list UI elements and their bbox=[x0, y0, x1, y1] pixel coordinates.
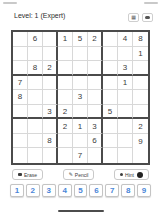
status-text-left bbox=[3, 2, 17, 4]
sudoku-cell[interactable]: 8 bbox=[43, 134, 58, 149]
sudoku-cell[interactable] bbox=[13, 61, 28, 76]
header-buttons: ▦ bbox=[128, 13, 153, 22]
sudoku-cell[interactable] bbox=[118, 90, 133, 105]
sudoku-board: 6152481823718332521328697 bbox=[11, 30, 150, 165]
sudoku-cell[interactable] bbox=[43, 32, 58, 47]
grid-options-button[interactable]: ▦ bbox=[128, 13, 139, 22]
numpad-key-5[interactable]: 5 bbox=[74, 184, 88, 197]
erase-button[interactable]: Erase bbox=[12, 169, 43, 180]
eraser-icon bbox=[18, 173, 22, 176]
sudoku-cell[interactable] bbox=[43, 148, 58, 163]
sudoku-cell[interactable] bbox=[88, 148, 103, 163]
sudoku-cell[interactable] bbox=[88, 76, 103, 91]
hint-badge bbox=[137, 172, 143, 178]
sudoku-cell[interactable] bbox=[13, 119, 28, 134]
sudoku-cell[interactable] bbox=[103, 119, 118, 134]
hint-button[interactable]: Hint bbox=[114, 169, 149, 180]
sudoku-cell[interactable] bbox=[88, 47, 103, 62]
sudoku-cell[interactable]: 2 bbox=[58, 119, 73, 134]
pencil-button-label: Pencil bbox=[75, 172, 89, 178]
grid-icon: ▦ bbox=[131, 15, 136, 20]
sudoku-cell[interactable] bbox=[13, 105, 28, 120]
sudoku-cell[interactable]: 2 bbox=[133, 119, 148, 134]
sudoku-cell[interactable] bbox=[133, 90, 148, 105]
sudoku-cell[interactable] bbox=[28, 105, 43, 120]
sudoku-cell[interactable] bbox=[73, 47, 88, 62]
sudoku-cell[interactable] bbox=[58, 47, 73, 62]
sudoku-cell[interactable] bbox=[58, 90, 73, 105]
sudoku-cell[interactable] bbox=[28, 134, 43, 149]
sudoku-cell[interactable]: 2 bbox=[43, 61, 58, 76]
sudoku-cell[interactable] bbox=[88, 61, 103, 76]
sudoku-cell[interactable]: 6 bbox=[88, 134, 103, 149]
sudoku-cell[interactable] bbox=[28, 119, 43, 134]
numpad-key-8[interactable]: 8 bbox=[121, 184, 135, 197]
sudoku-cell[interactable] bbox=[103, 61, 118, 76]
sudoku-cell[interactable] bbox=[28, 148, 43, 163]
sudoku-cell[interactable] bbox=[58, 148, 73, 163]
sudoku-cell[interactable]: 6 bbox=[28, 32, 43, 47]
sudoku-cell[interactable] bbox=[43, 47, 58, 62]
numpad-key-4[interactable]: 4 bbox=[58, 184, 72, 197]
pencil-button[interactable]: ✎ Pencil bbox=[63, 169, 95, 180]
page-title: Level: 1 (Expert) bbox=[14, 12, 65, 19]
sudoku-cell[interactable]: 9 bbox=[133, 134, 148, 149]
status-text-right bbox=[144, 2, 158, 4]
sudoku-cell[interactable] bbox=[118, 47, 133, 62]
sudoku-cell[interactable] bbox=[13, 47, 28, 62]
sudoku-cell[interactable] bbox=[58, 76, 73, 91]
sudoku-cell[interactable]: 2 bbox=[88, 32, 103, 47]
sudoku-cell[interactable] bbox=[103, 148, 118, 163]
sudoku-cell[interactable]: 3 bbox=[73, 90, 88, 105]
sudoku-cell[interactable] bbox=[133, 105, 148, 120]
sudoku-cell[interactable]: 1 bbox=[73, 119, 88, 134]
sudoku-cell[interactable] bbox=[43, 119, 58, 134]
sudoku-cell[interactable] bbox=[28, 47, 43, 62]
sudoku-cell[interactable]: 8 bbox=[133, 32, 148, 47]
sudoku-cell[interactable]: 7 bbox=[73, 148, 88, 163]
sudoku-cell[interactable] bbox=[118, 119, 133, 134]
sudoku-cell[interactable] bbox=[43, 90, 58, 105]
sudoku-cell[interactable] bbox=[88, 105, 103, 120]
sudoku-cell[interactable]: 8 bbox=[13, 90, 28, 105]
toggle-button[interactable] bbox=[142, 13, 153, 22]
sudoku-cell[interactable] bbox=[133, 76, 148, 91]
sudoku-cell[interactable] bbox=[13, 148, 28, 163]
sudoku-app-screen: Level: 1 (Expert) ▦ 61524818237183325213… bbox=[0, 0, 161, 215]
hint-dot-icon bbox=[120, 173, 123, 176]
sudoku-cell[interactable] bbox=[103, 134, 118, 149]
sudoku-cell[interactable]: 5 bbox=[103, 105, 118, 120]
sudoku-cell[interactable] bbox=[103, 90, 118, 105]
sudoku-cell[interactable]: 1 bbox=[133, 47, 148, 62]
sudoku-cell[interactable] bbox=[43, 76, 58, 91]
sudoku-cell[interactable]: 2 bbox=[58, 105, 73, 120]
sudoku-cell[interactable]: 3 bbox=[88, 119, 103, 134]
toggle-icon bbox=[145, 16, 150, 19]
sudoku-cell[interactable] bbox=[58, 134, 73, 149]
toolbar: Erase ✎ Pencil Hint bbox=[12, 169, 149, 180]
sudoku-cell[interactable] bbox=[103, 76, 118, 91]
sudoku-cell[interactable] bbox=[73, 61, 88, 76]
sudoku-cell[interactable] bbox=[118, 148, 133, 163]
sudoku-cell[interactable]: 8 bbox=[28, 61, 43, 76]
numpad-key-9[interactable]: 9 bbox=[137, 184, 151, 197]
sudoku-cell[interactable] bbox=[73, 105, 88, 120]
home-indicator bbox=[58, 210, 104, 212]
sudoku-cell[interactable]: 1 bbox=[118, 76, 133, 91]
sudoku-cell[interactable] bbox=[118, 105, 133, 120]
numpad-key-2[interactable]: 2 bbox=[26, 184, 40, 197]
sudoku-cell[interactable] bbox=[28, 90, 43, 105]
sudoku-cell[interactable]: 1 bbox=[58, 32, 73, 47]
numpad-key-7[interactable]: 7 bbox=[105, 184, 119, 197]
numpad-key-6[interactable]: 6 bbox=[89, 184, 103, 197]
sudoku-cell[interactable] bbox=[73, 76, 88, 91]
numpad-key-1[interactable]: 1 bbox=[10, 184, 24, 197]
sudoku-cell[interactable] bbox=[13, 134, 28, 149]
sudoku-cell[interactable]: 4 bbox=[118, 32, 133, 47]
erase-button-label: Erase bbox=[24, 172, 37, 178]
sudoku-cell[interactable] bbox=[13, 32, 28, 47]
sudoku-cell[interactable]: 3 bbox=[118, 61, 133, 76]
sudoku-cell[interactable] bbox=[58, 61, 73, 76]
sudoku-cell[interactable] bbox=[133, 61, 148, 76]
sudoku-cell[interactable] bbox=[118, 134, 133, 149]
sudoku-cell[interactable] bbox=[103, 47, 118, 62]
sudoku-cell[interactable] bbox=[28, 76, 43, 91]
hint-button-label: Hint bbox=[125, 172, 134, 178]
numpad: 123456789 bbox=[10, 184, 151, 197]
sudoku-cell[interactable] bbox=[103, 32, 118, 47]
sudoku-cell[interactable]: 3 bbox=[43, 105, 58, 120]
pencil-icon: ✎ bbox=[69, 172, 73, 177]
sudoku-cell[interactable]: 7 bbox=[13, 76, 28, 91]
sudoku-cell[interactable] bbox=[73, 134, 88, 149]
numpad-key-3[interactable]: 3 bbox=[42, 184, 56, 197]
sudoku-cell[interactable] bbox=[88, 90, 103, 105]
sudoku-cell[interactable]: 5 bbox=[73, 32, 88, 47]
